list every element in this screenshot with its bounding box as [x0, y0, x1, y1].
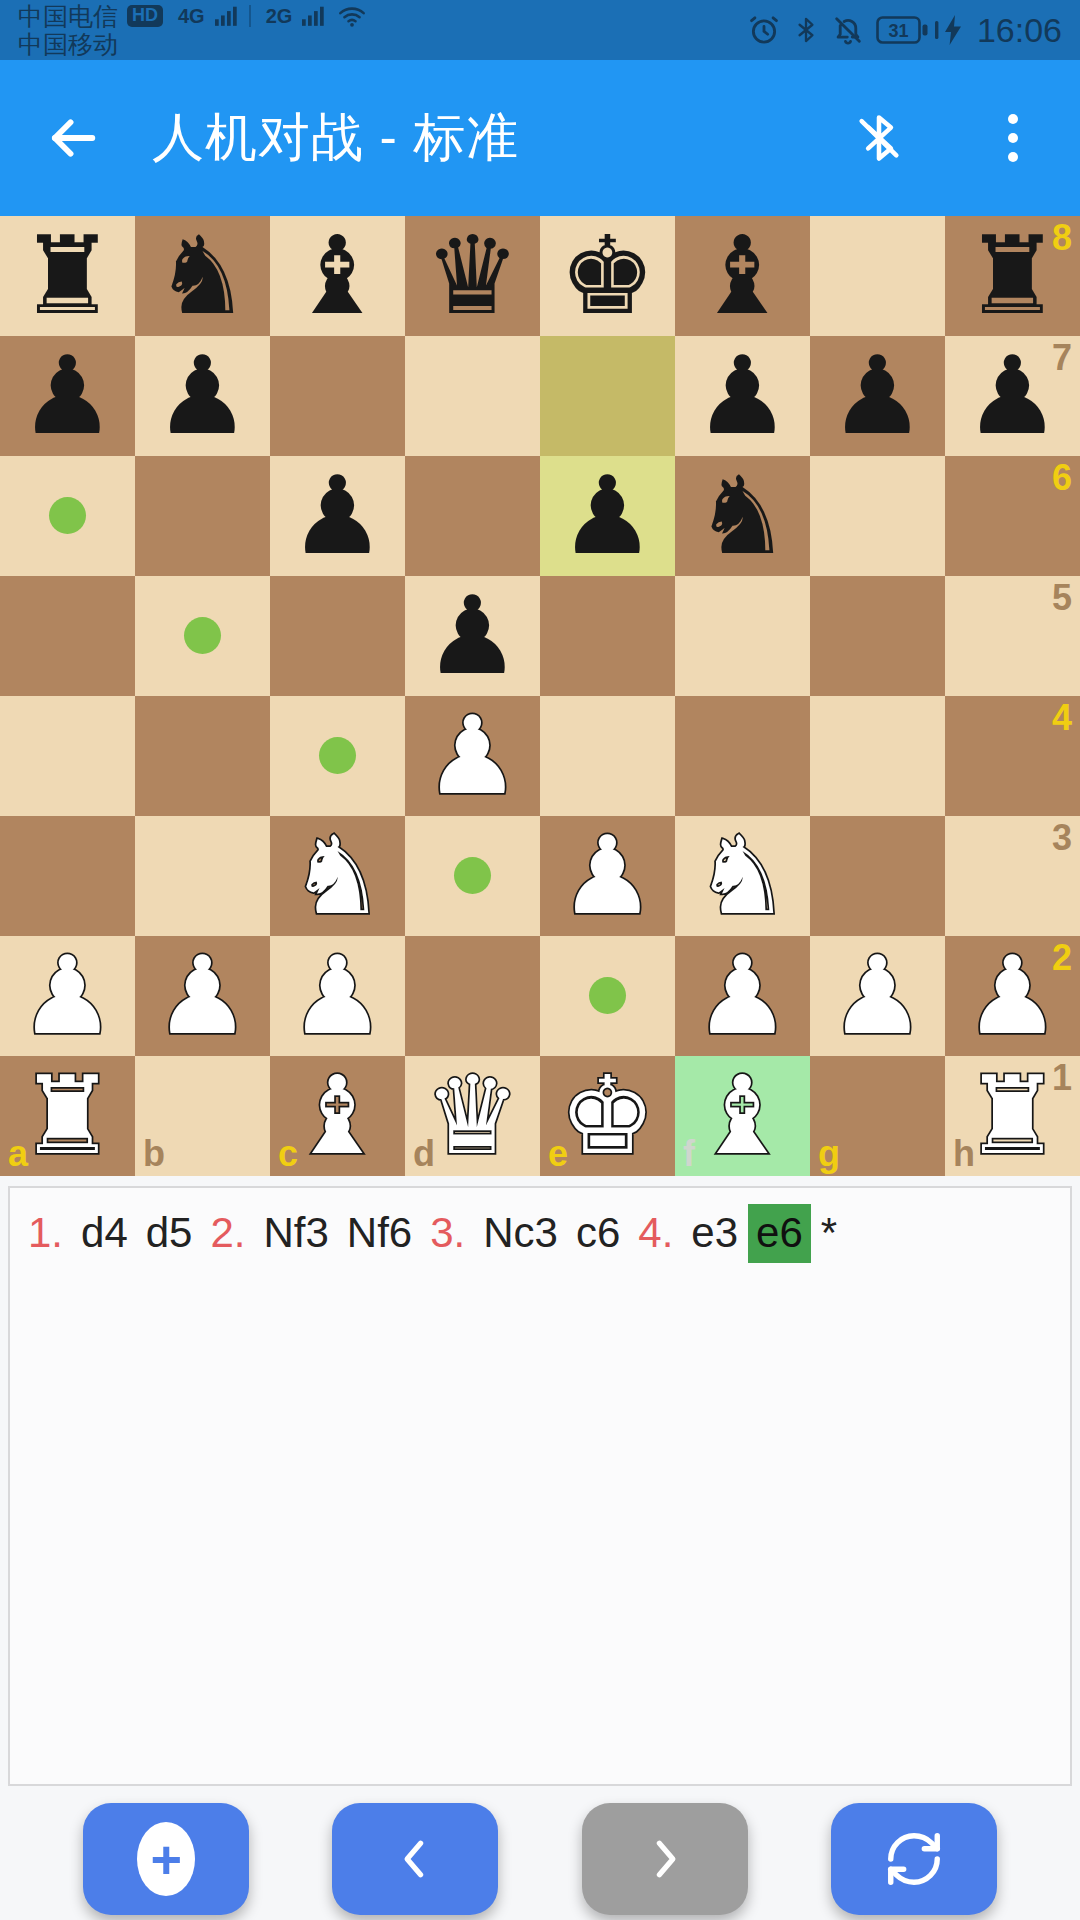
overflow-dot — [1008, 152, 1018, 162]
file-label: d — [413, 1136, 435, 1172]
piece-white-pawn: ♟ — [405, 696, 540, 816]
rank-label: 6 — [1052, 460, 1072, 496]
page-title: 人机对战 - 标准 — [152, 103, 852, 173]
piece-black-pawn: ♟ — [675, 336, 810, 456]
square-d1[interactable]: ♛d — [405, 1056, 540, 1176]
rank-label: 4 — [1052, 700, 1072, 736]
square-d8[interactable]: ♛ — [405, 216, 540, 336]
flip-board-button[interactable] — [831, 1803, 997, 1915]
square-f5[interactable] — [675, 576, 810, 696]
square-f6[interactable]: ♞ — [675, 456, 810, 576]
move-number: 3. — [430, 1205, 465, 1262]
square-e4[interactable] — [540, 696, 675, 816]
piece-white-knight: ♞ — [270, 816, 405, 936]
piece-black-pawn: ♟ — [0, 336, 135, 456]
overflow-menu-button[interactable] — [1002, 108, 1024, 168]
piece-white-pawn: ♟ — [675, 936, 810, 1056]
square-d7[interactable] — [405, 336, 540, 456]
square-e8[interactable]: ♚ — [540, 216, 675, 336]
screen: 中国电信 HD 4G 2G 中国移动 — [0, 0, 1080, 1920]
square-f2[interactable]: ♟ — [675, 936, 810, 1056]
plus-circle-icon: + — [137, 1822, 195, 1896]
bluetooth-disabled-icon — [853, 112, 905, 164]
legal-move-dot[interactable] — [454, 857, 491, 894]
square-e5[interactable] — [540, 576, 675, 696]
square-b2[interactable]: ♟ — [135, 936, 270, 1056]
piece-black-pawn: ♟ — [540, 456, 675, 576]
square-c7[interactable] — [270, 336, 405, 456]
move-token[interactable]: Nf6 — [347, 1205, 412, 1262]
carrier-name-2: 中国移动 — [18, 31, 368, 57]
square-c4[interactable] — [270, 696, 405, 816]
sync-icon — [883, 1828, 945, 1890]
square-d5[interactable]: ♟ — [405, 576, 540, 696]
square-h3[interactable]: 3 — [945, 816, 1080, 936]
piece-black-knight: ♞ — [135, 216, 270, 336]
carrier-info: 中国电信 HD 4G 2G 中国移动 — [18, 2, 368, 57]
file-label: g — [818, 1136, 840, 1172]
square-c8[interactable]: ♝ — [270, 216, 405, 336]
overflow-dot — [1008, 133, 1018, 143]
piece-white-knight: ♞ — [675, 816, 810, 936]
bluetooth-toggle-button[interactable] — [852, 111, 906, 165]
piece-black-pawn: ♟ — [405, 576, 540, 696]
piece-black-pawn: ♟ — [810, 336, 945, 456]
square-b8[interactable]: ♞ — [135, 216, 270, 336]
square-a1[interactable]: ♜a — [0, 1056, 135, 1176]
piece-white-pawn: ♟ — [270, 936, 405, 1056]
rank-label: 5 — [1052, 580, 1072, 616]
piece-black-bishop: ♝ — [270, 216, 405, 336]
network-type-1: 4G — [178, 6, 205, 27]
bluetooth-icon — [792, 13, 820, 47]
status-bar: 中国电信 HD 4G 2G 中国移动 — [0, 0, 1080, 60]
piece-white-pawn: ♟ — [540, 816, 675, 936]
chess-board: ♜♞♝♛♚♝♜8♟♟♟♟♟7♟♟♞6♟5♟4♞♟♞3♟♟♟♟♟♟2♜ab♝c♛d… — [0, 216, 1080, 1176]
move-number: 4. — [638, 1205, 673, 1262]
square-e6[interactable]: ♟ — [540, 456, 675, 576]
legal-move-dot[interactable] — [589, 977, 626, 1014]
wifi-icon — [336, 2, 368, 30]
square-g4[interactable] — [810, 696, 945, 816]
square-g5[interactable] — [810, 576, 945, 696]
signal-bars-icon — [214, 4, 240, 28]
piece-white-pawn: ♟ — [0, 936, 135, 1056]
square-d3[interactable] — [405, 816, 540, 936]
move-token[interactable]: d5 — [146, 1205, 193, 1262]
next-move-button[interactable] — [582, 1803, 748, 1915]
status-divider — [249, 5, 251, 27]
square-b5[interactable] — [135, 576, 270, 696]
square-f8[interactable]: ♝ — [675, 216, 810, 336]
piece-black-king: ♚ — [540, 216, 675, 336]
square-a7[interactable]: ♟ — [0, 336, 135, 456]
square-b6[interactable] — [135, 456, 270, 576]
game-controls: + — [0, 1798, 1080, 1920]
notifications-off-icon — [831, 13, 865, 47]
square-g1[interactable]: g — [810, 1056, 945, 1176]
file-label: f — [683, 1136, 695, 1172]
piece-white-pawn: ♟ — [810, 936, 945, 1056]
signal-bars-icon — [301, 4, 327, 28]
move-number: 1. — [28, 1205, 63, 1262]
rank-label: 7 — [1052, 340, 1072, 376]
square-h2[interactable]: ♟2 — [945, 936, 1080, 1056]
square-b4[interactable] — [135, 696, 270, 816]
status-icons: 31 16:06 — [747, 11, 1062, 50]
file-label: a — [8, 1136, 28, 1172]
square-h8[interactable]: ♜8 — [945, 216, 1080, 336]
square-c3[interactable]: ♞ — [270, 816, 405, 936]
square-e2[interactable] — [540, 936, 675, 1056]
square-h7[interactable]: ♟7 — [945, 336, 1080, 456]
move-token[interactable]: Nf3 — [264, 1205, 329, 1262]
square-f4[interactable] — [675, 696, 810, 816]
move-list-panel[interactable]: 1.d4d52.Nf3Nf63.Nc3c64.e3e6* — [8, 1186, 1072, 1786]
piece-black-queen: ♛ — [405, 216, 540, 336]
square-g3[interactable] — [810, 816, 945, 936]
rank-label: 1 — [1052, 1060, 1072, 1096]
rank-label: 2 — [1052, 940, 1072, 976]
square-h6[interactable]: 6 — [945, 456, 1080, 576]
square-b1[interactable]: b — [135, 1056, 270, 1176]
square-f7[interactable]: ♟ — [675, 336, 810, 456]
piece-black-pawn: ♟ — [270, 456, 405, 576]
app-bar: 人机对战 - 标准 — [0, 60, 1080, 216]
move-token[interactable]: c6 — [576, 1205, 620, 1262]
square-a3[interactable] — [0, 816, 135, 936]
back-arrow-icon — [44, 109, 102, 167]
square-e3[interactable]: ♟ — [540, 816, 675, 936]
square-a6[interactable] — [0, 456, 135, 576]
square-e7[interactable] — [540, 336, 675, 456]
chevron-right-icon — [638, 1832, 692, 1886]
square-g2[interactable]: ♟ — [810, 936, 945, 1056]
square-f3[interactable]: ♞ — [675, 816, 810, 936]
overflow-dot — [1008, 114, 1018, 124]
square-a5[interactable] — [0, 576, 135, 696]
piece-black-bishop: ♝ — [675, 216, 810, 336]
file-label: b — [143, 1136, 165, 1172]
move-token[interactable]: d4 — [81, 1205, 128, 1262]
piece-black-rook: ♜ — [0, 216, 135, 336]
legal-move-dot[interactable] — [184, 617, 221, 654]
piece-white-pawn: ♟ — [135, 936, 270, 1056]
new-game-button[interactable]: + — [83, 1803, 249, 1915]
legal-move-dot[interactable] — [319, 737, 356, 774]
alarm-icon — [747, 13, 781, 47]
svg-text:31: 31 — [888, 21, 908, 41]
square-g8[interactable] — [810, 216, 945, 336]
square-d4[interactable]: ♟ — [405, 696, 540, 816]
legal-move-dot[interactable] — [49, 497, 86, 534]
network-type-2: 2G — [266, 6, 293, 27]
file-label: c — [278, 1136, 298, 1172]
square-a4[interactable] — [0, 696, 135, 816]
piece-black-pawn: ♟ — [135, 336, 270, 456]
square-d2[interactable] — [405, 936, 540, 1056]
carrier-name-1: 中国电信 — [18, 3, 118, 29]
square-c5[interactable] — [270, 576, 405, 696]
square-g7[interactable]: ♟ — [810, 336, 945, 456]
rank-label: 8 — [1052, 220, 1072, 256]
clock-time: 16:06 — [977, 11, 1062, 50]
move-token[interactable]: Nc3 — [483, 1205, 558, 1262]
rank-label: 3 — [1052, 820, 1072, 856]
chevron-left-icon — [388, 1832, 442, 1886]
square-e1[interactable]: ♚e — [540, 1056, 675, 1176]
square-d6[interactable] — [405, 456, 540, 576]
back-button[interactable] — [42, 107, 104, 169]
square-c1[interactable]: ♝c — [270, 1056, 405, 1176]
move-token[interactable]: e3 — [691, 1205, 738, 1262]
hd-voice-icon: HD — [127, 5, 163, 27]
square-c6[interactable]: ♟ — [270, 456, 405, 576]
square-a8[interactable]: ♜ — [0, 216, 135, 336]
file-label: h — [953, 1136, 975, 1172]
square-h1[interactable]: ♜1h — [945, 1056, 1080, 1176]
square-b7[interactable]: ♟ — [135, 336, 270, 456]
square-b3[interactable] — [135, 816, 270, 936]
square-f1[interactable]: ♝f — [675, 1056, 810, 1176]
battery-charging-icon: 31 — [876, 14, 962, 46]
square-h4[interactable]: 4 — [945, 696, 1080, 816]
square-c2[interactable]: ♟ — [270, 936, 405, 1056]
square-g6[interactable] — [810, 456, 945, 576]
previous-move-button[interactable] — [332, 1803, 498, 1915]
move-number: 2. — [210, 1205, 245, 1262]
current-move[interactable]: e6 — [748, 1204, 811, 1263]
square-a2[interactable]: ♟ — [0, 936, 135, 1056]
piece-black-knight: ♞ — [675, 456, 810, 576]
piece-white-bishop: ♝ — [675, 1056, 810, 1176]
file-label: e — [548, 1136, 568, 1172]
square-h5[interactable]: 5 — [945, 576, 1080, 696]
move-token: * — [821, 1205, 837, 1262]
